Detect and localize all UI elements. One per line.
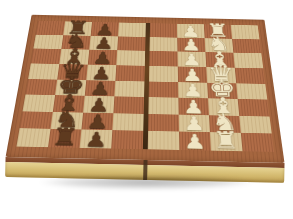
square	[233, 53, 263, 68]
square: ♝	[59, 49, 89, 64]
square: ♛	[206, 67, 236, 83]
square	[241, 133, 274, 152]
square: ♟	[177, 24, 205, 38]
square: ♟	[177, 37, 205, 52]
square	[148, 114, 179, 132]
square	[238, 99, 270, 116]
chess-board: ♜♟♞♟♝♟♛♟♚♟♝♟♞♟♜♟ ♟♜♟♞♟♝♟♛♟♚♟♝♟♞♟♜	[5, 0, 288, 183]
shadow	[2, 176, 291, 192]
square: ♜	[210, 132, 243, 151]
square	[148, 97, 178, 114]
square	[111, 130, 143, 149]
square: ♟	[179, 132, 211, 151]
square: ♟	[178, 82, 208, 99]
square: ♞	[205, 38, 234, 53]
square: ♟	[86, 65, 116, 81]
square: ♚	[207, 82, 238, 99]
square: ♟	[179, 114, 210, 132]
piece-black-rook: ♜	[65, 18, 90, 37]
board-half-right: ♟♜♟♞♟♝♟♛♟♚♟♝♟♞♟♜	[148, 23, 274, 152]
board-surface: ♜♟♞♟♝♟♛♟♚♟♝♟♞♟♜♟ ♟♜♟♞♟♝♟♛♟♚♟♝♟♞♟♜	[6, 15, 285, 163]
square	[150, 23, 177, 37]
square	[149, 51, 177, 66]
square: ♟	[178, 98, 209, 115]
square	[117, 36, 145, 51]
square: ♝	[53, 95, 85, 112]
square	[232, 39, 261, 54]
square	[33, 34, 63, 49]
piece-black-knight: ♞	[63, 32, 88, 51]
board-surface-container: ♜♟♞♟♝♟♛♟♚♟♝♟♞♟♜♟ ♟♜♟♞♟♝♟♛♟♚♟♝♟♞♟♜	[6, 0, 288, 163]
square: ♜	[204, 24, 232, 38]
square: ♜	[63, 21, 92, 35]
square	[113, 96, 144, 113]
square: ♞	[209, 115, 241, 133]
square: ♝	[205, 52, 234, 67]
square: ♝	[208, 98, 239, 115]
piece-white-knight: ♞	[211, 111, 238, 135]
square	[150, 37, 178, 52]
piece-white-pawn: ♟	[184, 132, 207, 153]
piece-black-knight: ♞	[53, 108, 81, 131]
square	[239, 116, 272, 134]
square	[114, 80, 144, 97]
square	[118, 23, 146, 37]
square	[149, 66, 178, 82]
board-half-left: ♜♟♞♟♝♟♛♟♚♟♝♟♞♟♜♟	[16, 21, 145, 149]
square	[28, 63, 59, 79]
square	[112, 113, 143, 131]
square: ♟	[80, 130, 113, 149]
piece-black-bishop: ♝	[55, 91, 83, 113]
square	[36, 21, 65, 35]
square: ♛	[57, 64, 88, 80]
square	[23, 95, 56, 112]
square	[116, 50, 145, 65]
piece-black-pawn: ♟	[84, 130, 108, 150]
square: ♟	[81, 112, 113, 130]
square	[149, 81, 179, 98]
piece-black-bishop: ♝	[61, 46, 87, 66]
square	[20, 111, 53, 129]
square: ♟	[177, 52, 206, 67]
piece-white-pawn: ♟	[183, 114, 205, 134]
piece-white-rook: ♜	[206, 21, 230, 40]
square	[148, 131, 180, 150]
piece-black-rook: ♜	[50, 125, 79, 149]
square	[115, 65, 144, 81]
square	[31, 49, 61, 64]
square	[236, 83, 267, 100]
square: ♟	[88, 50, 117, 65]
square: ♞	[61, 35, 90, 50]
square	[16, 128, 50, 147]
square	[25, 79, 57, 96]
square: ♞	[50, 112, 83, 130]
square: ♟	[178, 66, 207, 82]
square: ♟	[85, 80, 116, 97]
square	[231, 25, 260, 39]
piece-white-knight: ♞	[207, 35, 232, 54]
piece-white-bishop: ♝	[210, 95, 237, 118]
square	[235, 68, 265, 84]
square: ♟	[91, 22, 119, 36]
square: ♟	[83, 96, 114, 113]
chess-set-photo: ♜♟♞♟♝♟♛♟♚♟♝♟♞♟♜♟ ♟♜♟♞♟♝♟♛♟♚♟♝♟♞♟♜	[0, 0, 293, 219]
square: ♟	[89, 36, 118, 51]
square: ♚	[55, 79, 86, 96]
piece-white-bishop: ♝	[207, 49, 232, 69]
square: ♜	[48, 129, 81, 148]
